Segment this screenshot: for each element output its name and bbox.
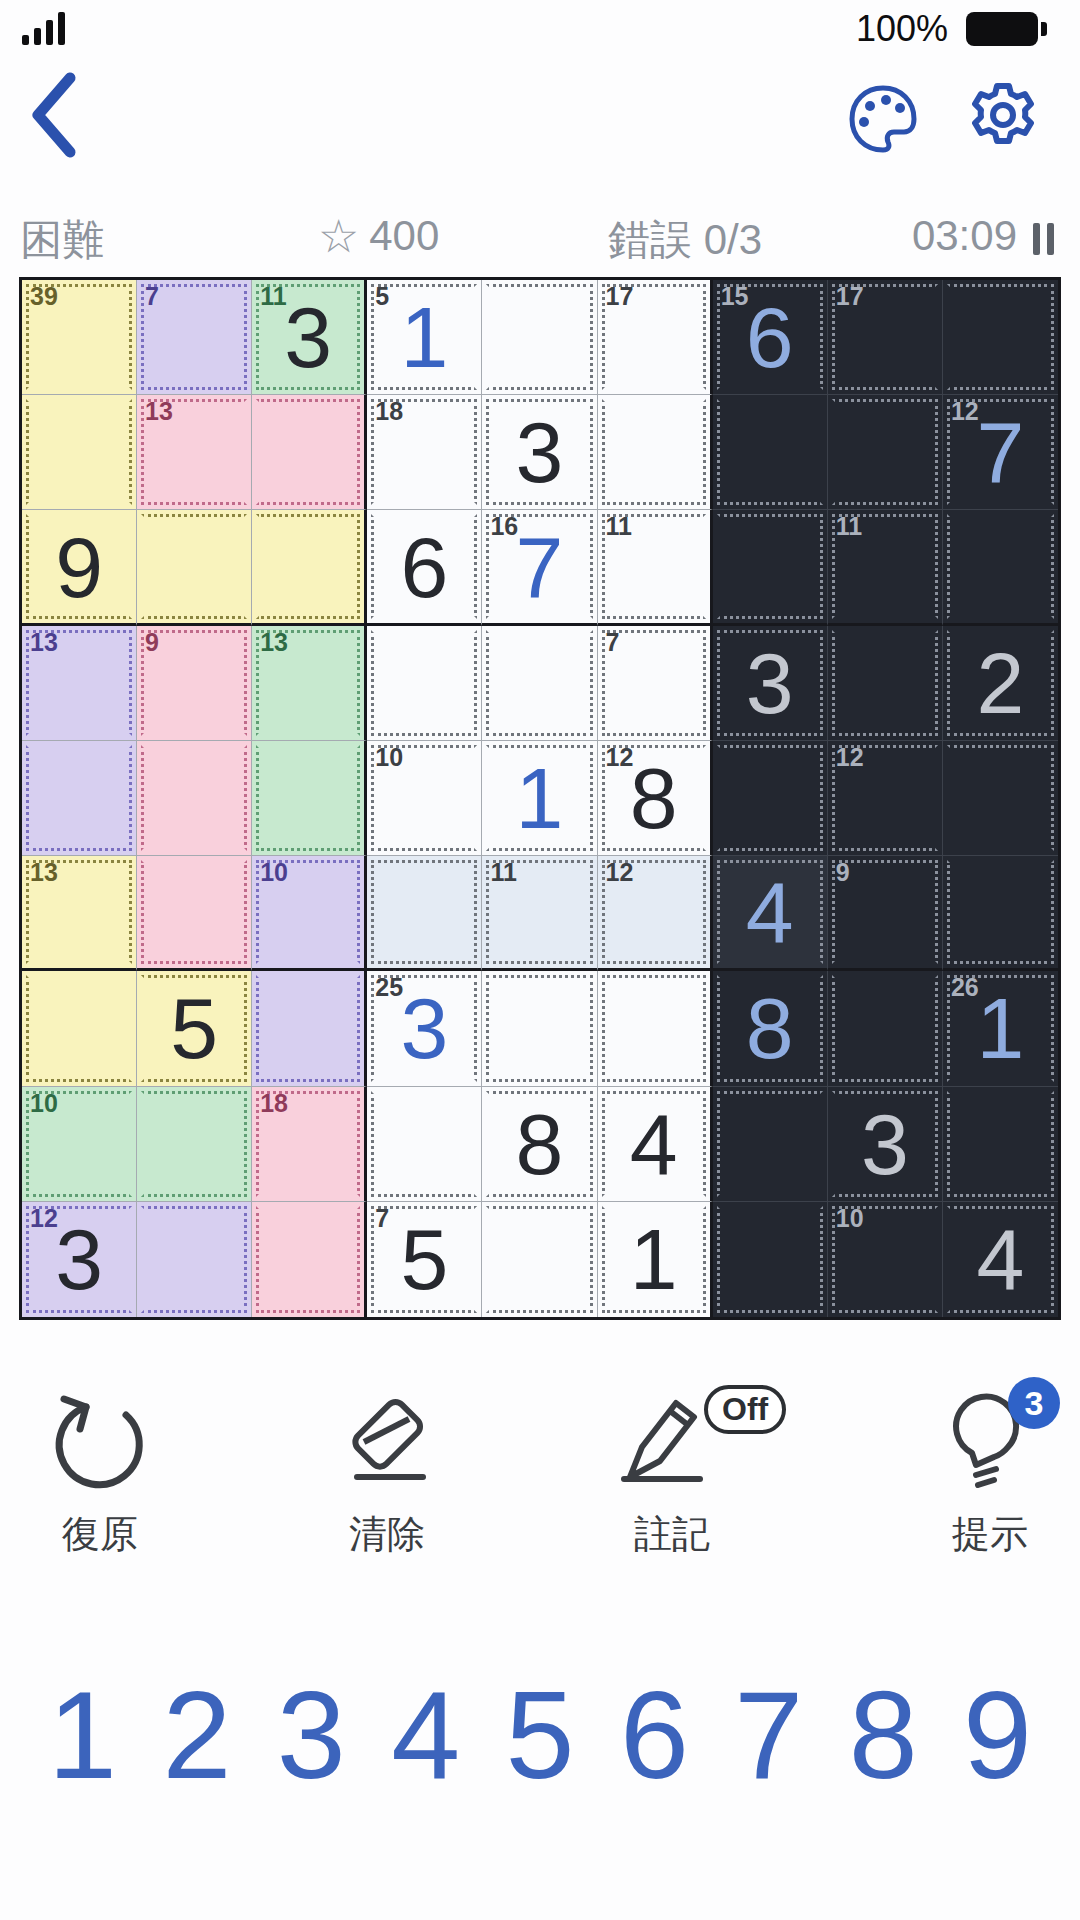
cell-r7c9[interactable]: 261 bbox=[943, 971, 1058, 1086]
entered-digit: 3 bbox=[400, 985, 448, 1071]
entered-digit: 8 bbox=[746, 985, 794, 1071]
cage-sum-label: 13 bbox=[30, 629, 58, 657]
cell-r8c7[interactable] bbox=[713, 1087, 828, 1202]
eraser-icon bbox=[287, 1385, 487, 1495]
cage-border bbox=[717, 399, 823, 505]
cage-sum-label: 13 bbox=[145, 398, 173, 426]
cell-r5c4[interactable]: 10 bbox=[367, 741, 482, 856]
cell-r1c8[interactable]: 17 bbox=[828, 280, 943, 395]
given-digit: 3 bbox=[861, 1101, 909, 1187]
difficulty-label: 困難 bbox=[20, 212, 104, 268]
given-digit: 4 bbox=[977, 1216, 1025, 1302]
cage-sum-label: 12 bbox=[606, 744, 634, 772]
undo-icon bbox=[0, 1385, 200, 1495]
cage-sum-label: 39 bbox=[30, 283, 58, 311]
cell-r8c4[interactable] bbox=[367, 1087, 482, 1202]
cell-r1c2[interactable]: 7 bbox=[137, 280, 252, 395]
cell-r8c9[interactable] bbox=[943, 1087, 1058, 1202]
numpad-2[interactable]: 2 bbox=[162, 1673, 231, 1797]
entered-digit: 1 bbox=[977, 985, 1025, 1071]
back-button[interactable] bbox=[24, 70, 84, 160]
cage-sum-label: 11 bbox=[606, 513, 632, 541]
numpad-4[interactable]: 4 bbox=[391, 1673, 460, 1797]
given-digit: 9 bbox=[55, 524, 103, 610]
cage-sum-label: 16 bbox=[490, 513, 518, 541]
cage-sum-label: 9 bbox=[836, 859, 850, 887]
entered-digit: 4 bbox=[746, 869, 794, 955]
cell-r8c2[interactable] bbox=[137, 1087, 252, 1202]
cage-border bbox=[371, 860, 477, 964]
given-digit: 5 bbox=[400, 1216, 448, 1302]
numpad-8[interactable]: 8 bbox=[849, 1673, 918, 1797]
cell-r2c8[interactable] bbox=[828, 395, 943, 510]
cage-border bbox=[26, 745, 132, 851]
entered-digit: 1 bbox=[516, 755, 564, 841]
cell-r9c4[interactable]: 75 bbox=[367, 1202, 482, 1317]
cage-sum-label: 17 bbox=[836, 283, 864, 311]
cell-r6c6[interactable]: 12 bbox=[598, 856, 713, 971]
given-digit: 3 bbox=[746, 640, 794, 726]
cell-r8c1[interactable]: 10 bbox=[22, 1087, 137, 1202]
cell-r5c1[interactable] bbox=[22, 741, 137, 856]
cell-r7c1[interactable] bbox=[22, 971, 137, 1086]
cage-sum-label: 7 bbox=[145, 283, 159, 311]
cell-r3c4[interactable]: 6 bbox=[367, 510, 482, 625]
cage-border bbox=[371, 1091, 477, 1197]
timer-value: 03:09 bbox=[912, 212, 1017, 260]
cage-border bbox=[486, 284, 592, 390]
given-digit: 8 bbox=[630, 755, 678, 841]
notes-state-badge: Off bbox=[704, 1385, 786, 1434]
lightbulb-icon: 3 bbox=[890, 1385, 1080, 1495]
cell-r1c7[interactable]: 156 bbox=[713, 280, 828, 395]
cage-border bbox=[947, 745, 1054, 851]
cage-sum-label: 7 bbox=[375, 1205, 389, 1233]
cell-r2c6[interactable] bbox=[598, 395, 713, 510]
signal-strength-icon bbox=[22, 12, 65, 45]
cell-r3c6[interactable]: 11 bbox=[598, 510, 713, 625]
cell-r1c3[interactable]: 113 bbox=[252, 280, 367, 395]
cell-r2c2[interactable]: 13 bbox=[137, 395, 252, 510]
toolbar: 復原 清除 bbox=[0, 1385, 1080, 1575]
cell-r3c1[interactable]: 9 bbox=[22, 510, 137, 625]
cell-r3c5[interactable]: 167 bbox=[482, 510, 597, 625]
cell-r6c8[interactable]: 9 bbox=[828, 856, 943, 971]
cell-r3c7[interactable] bbox=[713, 510, 828, 625]
cell-r9c1[interactable]: 123 bbox=[22, 1202, 137, 1317]
undo-label: 復原 bbox=[0, 1509, 200, 1560]
palette-icon bbox=[846, 82, 920, 156]
entered-digit: 1 bbox=[400, 294, 448, 380]
cage-border bbox=[947, 1091, 1054, 1197]
cage-border bbox=[256, 745, 360, 851]
given-digit: 5 bbox=[170, 985, 218, 1071]
given-digit: 2 bbox=[977, 640, 1025, 726]
cell-r7c7[interactable]: 8 bbox=[713, 971, 828, 1086]
cell-r5c2[interactable] bbox=[137, 741, 252, 856]
cell-r5c3[interactable] bbox=[252, 741, 367, 856]
cage-border bbox=[141, 860, 247, 964]
cage-sum-label: 11 bbox=[260, 283, 286, 311]
given-digit: 3 bbox=[55, 1216, 103, 1302]
cell-r8c8[interactable]: 3 bbox=[828, 1087, 943, 1202]
cage-sum-label: 18 bbox=[260, 1090, 288, 1118]
cage-sum-label: 11 bbox=[836, 513, 862, 541]
cell-r5c9[interactable] bbox=[943, 741, 1058, 856]
given-digit: 1 bbox=[630, 1216, 678, 1302]
cell-r6c9[interactable] bbox=[943, 856, 1058, 971]
cell-r9c9[interactable]: 4 bbox=[943, 1202, 1058, 1317]
score-wrap: ☆ 400 bbox=[318, 212, 439, 260]
cage-sum-label: 18 bbox=[375, 398, 403, 426]
cage-sum-label: 15 bbox=[721, 283, 749, 311]
chevron-left-icon bbox=[38, 78, 70, 152]
cell-r7c8[interactable] bbox=[828, 971, 943, 1086]
cage-border bbox=[486, 975, 592, 1081]
cage-sum-label: 10 bbox=[260, 859, 288, 887]
cage-border bbox=[832, 399, 938, 505]
notes-button[interactable]: Off 註記 bbox=[572, 1385, 772, 1560]
cage-border bbox=[256, 514, 360, 618]
cell-r3c3[interactable] bbox=[252, 510, 367, 625]
cell-r5c5[interactable]: 1 bbox=[482, 741, 597, 856]
cage-sum-label: 10 bbox=[375, 744, 403, 772]
cell-r4c5[interactable] bbox=[482, 626, 597, 741]
cage-border bbox=[832, 975, 938, 1081]
cell-r8c3[interactable]: 18 bbox=[252, 1087, 367, 1202]
cage-border bbox=[141, 745, 247, 851]
hint-count-badge: 3 bbox=[1008, 1377, 1060, 1429]
entered-digit: 6 bbox=[746, 294, 794, 380]
cage-border bbox=[256, 399, 360, 505]
cell-r6c1[interactable]: 13 bbox=[22, 856, 137, 971]
cage-border bbox=[486, 630, 592, 736]
cage-border bbox=[486, 1206, 592, 1313]
nav-bar bbox=[0, 64, 1080, 174]
cell-r9c6[interactable]: 1 bbox=[598, 1202, 713, 1317]
cell-r4c6[interactable]: 7 bbox=[598, 626, 713, 741]
cage-border bbox=[947, 860, 1054, 964]
cell-r7c5[interactable] bbox=[482, 971, 597, 1086]
cage-sum-label: 13 bbox=[30, 859, 58, 887]
undo-button[interactable]: 復原 bbox=[0, 1385, 200, 1560]
score-value: 400 bbox=[369, 212, 439, 260]
cell-r7c3[interactable] bbox=[252, 971, 367, 1086]
cell-r3c2[interactable] bbox=[137, 510, 252, 625]
cage-border bbox=[602, 975, 706, 1081]
cell-r8c5[interactable]: 8 bbox=[482, 1087, 597, 1202]
cage-border bbox=[947, 514, 1054, 618]
cell-r5c6[interactable]: 128 bbox=[598, 741, 713, 856]
cage-sum-label: 12 bbox=[30, 1205, 58, 1233]
given-digit: 3 bbox=[516, 409, 564, 495]
cell-r7c6[interactable] bbox=[598, 971, 713, 1086]
errors-wrap: 錯誤 0/3 bbox=[608, 212, 762, 268]
cage-sum-label: 5 bbox=[375, 283, 389, 311]
cage-sum-label: 25 bbox=[375, 974, 403, 1002]
cell-r9c2[interactable] bbox=[137, 1202, 252, 1317]
cell-r1c6[interactable]: 17 bbox=[598, 280, 713, 395]
cage-sum-label: 11 bbox=[490, 859, 516, 887]
given-digit: 4 bbox=[630, 1101, 678, 1187]
battery-percent: 100% bbox=[856, 8, 948, 50]
numpad-5[interactable]: 5 bbox=[506, 1673, 575, 1797]
erase-button[interactable]: 清除 bbox=[287, 1385, 487, 1560]
cage-sum-label: 17 bbox=[606, 283, 634, 311]
cell-r7c4[interactable]: 253 bbox=[367, 971, 482, 1086]
cell-r5c8[interactable]: 12 bbox=[828, 741, 943, 856]
cell-r5c7[interactable] bbox=[713, 741, 828, 856]
cage-border bbox=[717, 1091, 823, 1197]
cell-r8c6[interactable]: 4 bbox=[598, 1087, 713, 1202]
cage-sum-label: 12 bbox=[951, 398, 979, 426]
cage-border bbox=[717, 745, 823, 851]
cell-r2c4[interactable]: 18 bbox=[367, 395, 482, 510]
entered-digit: 7 bbox=[977, 409, 1025, 495]
cell-r4c9[interactable]: 2 bbox=[943, 626, 1058, 741]
cage-border bbox=[371, 630, 477, 736]
cell-r1c4[interactable]: 51 bbox=[367, 280, 482, 395]
cell-r2c7[interactable] bbox=[713, 395, 828, 510]
cell-r9c8[interactable]: 10 bbox=[828, 1202, 943, 1317]
numpad-3[interactable]: 3 bbox=[277, 1673, 346, 1797]
cell-r6c7[interactable]: 4 bbox=[713, 856, 828, 971]
cell-r4c8[interactable] bbox=[828, 626, 943, 741]
cage-border bbox=[256, 975, 360, 1081]
cage-sum-label: 26 bbox=[951, 974, 979, 1002]
errors-label: 錯誤 bbox=[608, 216, 692, 263]
cell-r1c9[interactable] bbox=[943, 280, 1058, 395]
cell-r2c9[interactable]: 127 bbox=[943, 395, 1058, 510]
cage-sum-label: 13 bbox=[260, 629, 288, 657]
cage-border bbox=[602, 399, 706, 505]
cage-border bbox=[717, 514, 823, 618]
cell-r1c5[interactable] bbox=[482, 280, 597, 395]
cage-border bbox=[141, 1091, 247, 1197]
cell-r6c5[interactable]: 11 bbox=[482, 856, 597, 971]
app-screen: 100% bbox=[0, 0, 1080, 1920]
cage-sum-label: 12 bbox=[836, 744, 864, 772]
cage-sum-label: 7 bbox=[606, 629, 620, 657]
numpad-6[interactable]: 6 bbox=[620, 1673, 689, 1797]
sudoku-board: 3971135117156171318312796167111113913732… bbox=[19, 277, 1061, 1320]
cell-r2c3[interactable] bbox=[252, 395, 367, 510]
gear-icon bbox=[966, 78, 1040, 152]
cell-r2c1[interactable] bbox=[22, 395, 137, 510]
numpad-1[interactable]: 1 bbox=[48, 1673, 117, 1797]
hint-button[interactable]: 3 提示 bbox=[890, 1385, 1080, 1560]
cell-r4c4[interactable] bbox=[367, 626, 482, 741]
cell-r2c5[interactable]: 3 bbox=[482, 395, 597, 510]
cell-r3c9[interactable] bbox=[943, 510, 1058, 625]
cell-r7c2[interactable]: 5 bbox=[137, 971, 252, 1086]
numpad-9[interactable]: 9 bbox=[963, 1673, 1032, 1797]
cage-border bbox=[26, 399, 132, 505]
cell-r9c3[interactable] bbox=[252, 1202, 367, 1317]
errors-value: 0/3 bbox=[704, 216, 762, 263]
given-digit: 8 bbox=[516, 1101, 564, 1187]
notes-label: 註記 bbox=[572, 1509, 772, 1560]
pencil-icon: Off bbox=[572, 1385, 772, 1495]
hint-label: 提示 bbox=[890, 1509, 1080, 1560]
given-digit: 6 bbox=[400, 524, 448, 610]
cage-border bbox=[26, 975, 132, 1081]
cell-r4c7[interactable]: 3 bbox=[713, 626, 828, 741]
erase-label: 清除 bbox=[287, 1509, 487, 1560]
numpad-7[interactable]: 7 bbox=[734, 1673, 803, 1797]
star-icon: ☆ bbox=[318, 213, 359, 259]
cell-r6c4[interactable] bbox=[367, 856, 482, 971]
cage-sum-label: 10 bbox=[836, 1205, 864, 1233]
cage-sum-label: 10 bbox=[30, 1090, 58, 1118]
pause-button[interactable] bbox=[1033, 217, 1054, 255]
given-digit: 3 bbox=[284, 294, 332, 380]
cell-r1c1[interactable]: 39 bbox=[22, 280, 137, 395]
cage-border bbox=[256, 1206, 360, 1313]
theme-palette-button[interactable] bbox=[846, 82, 920, 156]
cage-border bbox=[717, 1206, 823, 1313]
cell-r4c3[interactable]: 13 bbox=[252, 626, 367, 741]
battery-icon bbox=[966, 12, 1038, 46]
cage-border bbox=[141, 514, 247, 618]
cell-r6c2[interactable] bbox=[137, 856, 252, 971]
cage-border bbox=[141, 1206, 247, 1313]
cell-r4c2[interactable]: 9 bbox=[137, 626, 252, 741]
cage-sum-label: 9 bbox=[145, 629, 159, 657]
entered-digit: 7 bbox=[516, 524, 564, 610]
cage-sum-label: 12 bbox=[606, 859, 634, 887]
number-pad: 123456789 bbox=[0, 1625, 1080, 1845]
cage-border bbox=[832, 630, 938, 736]
timer-wrap: 03:09 bbox=[912, 212, 1054, 260]
settings-button[interactable] bbox=[966, 78, 1040, 152]
cell-r9c5[interactable] bbox=[482, 1202, 597, 1317]
cell-r6c3[interactable]: 10 bbox=[252, 856, 367, 971]
cage-border bbox=[947, 284, 1054, 390]
cell-r9c7[interactable] bbox=[713, 1202, 828, 1317]
status-bar: 100% bbox=[0, 0, 1080, 56]
game-info-bar: 困難 ☆ 400 錯誤 0/3 03:09 bbox=[0, 212, 1080, 266]
cell-r4c1[interactable]: 13 bbox=[22, 626, 137, 741]
cell-r3c8[interactable]: 11 bbox=[828, 510, 943, 625]
